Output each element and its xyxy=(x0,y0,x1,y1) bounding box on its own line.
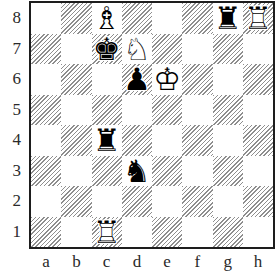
file-labels: abcdefgh xyxy=(31,249,273,275)
file-label-d: d xyxy=(122,249,152,275)
black-rook-piece: ♜♜ xyxy=(213,3,243,34)
square-e7 xyxy=(152,34,182,65)
black-rook-piece: ♜♜ xyxy=(92,125,122,156)
piece-glyph: ♗ xyxy=(92,3,122,34)
square-f4 xyxy=(182,125,212,156)
square-g7 xyxy=(213,34,243,65)
square-h3 xyxy=(243,156,273,187)
white-king-piece: ♚♔ xyxy=(152,64,182,95)
square-h7 xyxy=(243,34,273,65)
square-d2 xyxy=(122,186,152,217)
piece-glyph: ♜ xyxy=(92,125,122,156)
piece-glyph: ♚ xyxy=(92,33,122,64)
white-rook-piece: ♜♖ xyxy=(92,217,122,248)
square-b7 xyxy=(61,34,91,65)
file-label-g: g xyxy=(213,249,243,275)
rank-label-3: 3 xyxy=(0,156,27,187)
square-e1 xyxy=(152,217,182,248)
square-f5 xyxy=(182,95,212,126)
square-a8 xyxy=(31,3,61,34)
square-c8: ♝♗ xyxy=(92,3,122,34)
square-a1 xyxy=(31,217,61,248)
square-e6: ♚♔ xyxy=(152,64,182,95)
board-frame: ♝♗♜♜♜♖♚♚♞♘♟♟♚♔♜♜♞♞♜♖ xyxy=(29,1,275,249)
square-e4 xyxy=(152,125,182,156)
black-knight-piece: ♞♞ xyxy=(122,156,152,187)
square-b1 xyxy=(61,217,91,248)
square-c3 xyxy=(92,156,122,187)
square-h6 xyxy=(243,64,273,95)
square-d3: ♞♞ xyxy=(122,156,152,187)
square-e5 xyxy=(152,95,182,126)
square-a7 xyxy=(31,34,61,65)
black-pawn-piece: ♟♟ xyxy=(122,64,152,95)
square-b3 xyxy=(61,156,91,187)
chess-diagram: 87654321 ♝♗♜♜♜♖♚♚♞♘♟♟♚♔♜♜♞♞♜♖ abcdefgh xyxy=(0,0,279,279)
square-f1 xyxy=(182,217,212,248)
square-h4 xyxy=(243,125,273,156)
square-g6 xyxy=(213,64,243,95)
square-e3 xyxy=(152,156,182,187)
square-c1: ♜♖ xyxy=(92,217,122,248)
piece-glyph: ♞ xyxy=(122,155,152,186)
square-b4 xyxy=(61,125,91,156)
square-b8 xyxy=(61,3,91,34)
square-g2 xyxy=(213,186,243,217)
square-e2 xyxy=(152,186,182,217)
file-label-h: h xyxy=(243,249,273,275)
rank-label-6: 6 xyxy=(0,64,27,95)
rank-label-5: 5 xyxy=(0,95,27,126)
white-bishop-piece: ♝♗ xyxy=(92,3,122,34)
piece-glyph: ♔ xyxy=(152,64,182,95)
rank-label-7: 7 xyxy=(0,34,27,65)
square-g8: ♜♜ xyxy=(213,3,243,34)
square-g5 xyxy=(213,95,243,126)
square-d1 xyxy=(122,217,152,248)
square-e8 xyxy=(152,3,182,34)
file-label-b: b xyxy=(61,249,91,275)
chess-board: ♝♗♜♜♜♖♚♚♞♘♟♟♚♔♜♜♞♞♜♖ xyxy=(31,3,273,247)
square-h8: ♜♖ xyxy=(243,3,273,34)
rank-label-8: 8 xyxy=(0,3,27,34)
square-g3 xyxy=(213,156,243,187)
rank-label-1: 1 xyxy=(0,217,27,248)
square-f2 xyxy=(182,186,212,217)
black-king-piece: ♚♚ xyxy=(92,34,122,65)
file-label-c: c xyxy=(92,249,122,275)
square-f8 xyxy=(182,3,212,34)
square-d6: ♟♟ xyxy=(122,64,152,95)
square-a6 xyxy=(31,64,61,95)
piece-glyph: ♖ xyxy=(243,3,273,34)
square-a3 xyxy=(31,156,61,187)
piece-glyph: ♟ xyxy=(122,64,152,95)
rank-labels: 87654321 xyxy=(0,3,27,247)
square-h1 xyxy=(243,217,273,248)
square-a5 xyxy=(31,95,61,126)
piece-glyph: ♖ xyxy=(92,216,122,247)
white-rook-piece: ♜♖ xyxy=(243,3,273,34)
square-f6 xyxy=(182,64,212,95)
square-h2 xyxy=(243,186,273,217)
square-b5 xyxy=(61,95,91,126)
square-d8 xyxy=(122,3,152,34)
square-g1 xyxy=(213,217,243,248)
white-knight-piece: ♞♘ xyxy=(122,34,152,65)
rank-label-4: 4 xyxy=(0,125,27,156)
square-b2 xyxy=(61,186,91,217)
square-d4 xyxy=(122,125,152,156)
square-d7: ♞♘ xyxy=(122,34,152,65)
square-d5 xyxy=(122,95,152,126)
file-label-e: e xyxy=(152,249,182,275)
square-c4: ♜♜ xyxy=(92,125,122,156)
piece-glyph: ♘ xyxy=(122,33,152,64)
square-c5 xyxy=(92,95,122,126)
square-c7: ♚♚ xyxy=(92,34,122,65)
piece-glyph: ♜ xyxy=(213,3,243,34)
file-label-a: a xyxy=(31,249,61,275)
square-f3 xyxy=(182,156,212,187)
square-a2 xyxy=(31,186,61,217)
square-c2 xyxy=(92,186,122,217)
square-c6 xyxy=(92,64,122,95)
rank-label-2: 2 xyxy=(0,186,27,217)
file-label-f: f xyxy=(182,249,212,275)
square-h5 xyxy=(243,95,273,126)
square-g4 xyxy=(213,125,243,156)
square-a4 xyxy=(31,125,61,156)
square-f7 xyxy=(182,34,212,65)
square-b6 xyxy=(61,64,91,95)
